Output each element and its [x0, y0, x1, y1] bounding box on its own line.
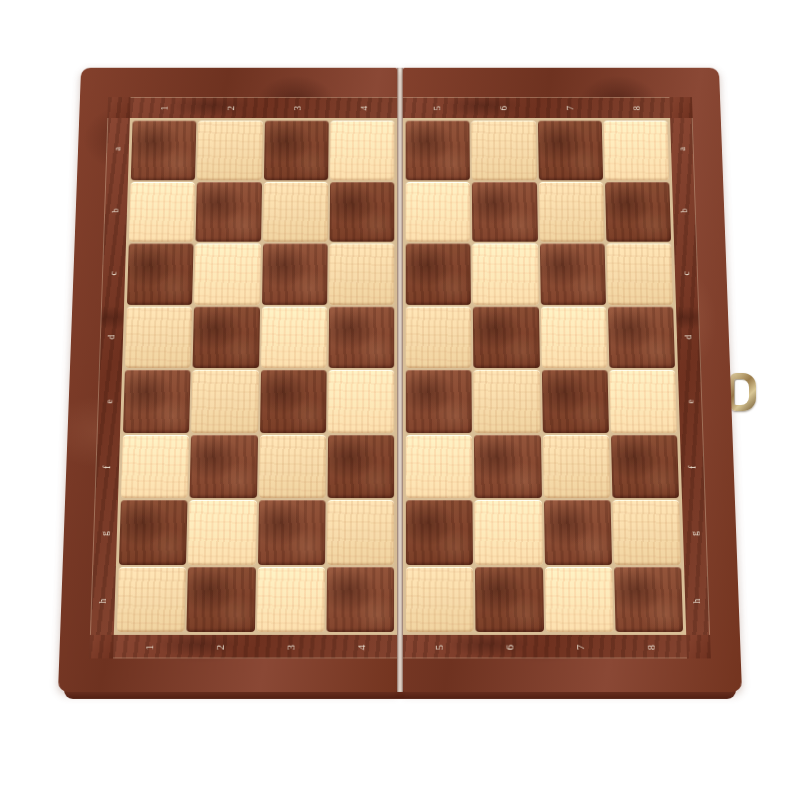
coordinate-label-text: e — [104, 399, 114, 404]
board-right-half: 5678 abcdefgh 5678 — [403, 68, 742, 692]
coordinate-label-text: f — [102, 465, 112, 469]
square-h7[interactable] — [545, 566, 614, 632]
square-d1[interactable] — [125, 306, 192, 368]
square-c6[interactable] — [473, 243, 539, 304]
square-b1[interactable] — [129, 182, 195, 242]
square-a3[interactable] — [264, 121, 329, 180]
square-h1[interactable] — [117, 566, 186, 632]
coordinate-label-text: 6 — [498, 105, 508, 110]
coordinate-label: 4 — [330, 97, 397, 118]
coordinate-label: 5 — [403, 635, 474, 659]
square-h6[interactable] — [475, 566, 543, 632]
square-h8[interactable] — [614, 566, 683, 632]
coordinate-label: d — [676, 305, 701, 369]
board-right-playfield: 5678 abcdefgh 5678 — [403, 97, 711, 658]
square-e6[interactable] — [474, 370, 541, 433]
square-b8[interactable] — [605, 182, 671, 242]
coordinate-label-text: c — [682, 271, 692, 275]
square-h3[interactable] — [256, 566, 324, 632]
band-corner — [107, 97, 130, 118]
coordinate-label-text: 1 — [158, 105, 168, 110]
square-c5[interactable] — [406, 243, 471, 304]
square-d6[interactable] — [473, 306, 539, 368]
square-a6[interactable] — [472, 121, 537, 180]
clasp-ring — [730, 373, 756, 411]
square-b6[interactable] — [472, 182, 537, 242]
square-d4[interactable] — [328, 306, 394, 368]
file-labels-top-left: 1234 — [130, 97, 397, 118]
board-left-half: 1234 abcdefgh 1234 — [58, 68, 397, 692]
coordinate-label: d — [99, 305, 124, 369]
square-f6[interactable] — [474, 434, 541, 498]
coordinate-label-text: c — [109, 271, 119, 275]
coordinate-label: 7 — [545, 635, 616, 659]
coordinate-label: f — [680, 434, 706, 500]
coordinate-label-text: 6 — [504, 644, 515, 650]
coordinate-label: 1 — [113, 635, 185, 659]
coordinate-label: c — [101, 242, 126, 305]
band-corner — [686, 635, 711, 659]
square-a5[interactable] — [406, 121, 471, 180]
square-b4[interactable] — [329, 182, 394, 242]
coordinate-label-text: 7 — [564, 105, 574, 110]
square-h4[interactable] — [326, 566, 394, 632]
coordinate-label: 5 — [403, 97, 470, 118]
coordinate-label-text: g — [690, 531, 700, 536]
coordinate-label: 3 — [255, 635, 326, 659]
square-c2[interactable] — [194, 243, 260, 304]
square-f2[interactable] — [190, 434, 258, 498]
square-g3[interactable] — [257, 500, 325, 565]
coordinate-label-text: 5 — [431, 105, 441, 110]
coordinate-label: 6 — [474, 635, 545, 659]
square-e1[interactable] — [123, 370, 191, 433]
coordinate-label: e — [97, 369, 122, 434]
square-c1[interactable] — [127, 243, 194, 304]
coordinate-label: b — [103, 179, 128, 241]
square-b3[interactable] — [263, 182, 328, 242]
coordinate-label: 8 — [603, 97, 670, 118]
photo-background: 1234 abcdefgh 1234 5678 abcdefgh 5678 — [0, 0, 800, 800]
coordinate-label-text: d — [107, 334, 117, 339]
square-d5[interactable] — [406, 306, 472, 368]
square-h5[interactable] — [406, 566, 474, 632]
coordinate-label: 8 — [615, 635, 687, 659]
square-h2[interactable] — [187, 566, 256, 632]
coordinate-label-text: 2 — [214, 644, 225, 650]
file-labels-bottom-left: 1234 — [113, 635, 397, 659]
square-g6[interactable] — [475, 500, 543, 565]
coordinate-label: a — [670, 118, 695, 179]
coordinate-label: h — [90, 567, 116, 635]
square-e3[interactable] — [260, 370, 327, 433]
chess-board: 1234 abcdefgh 1234 5678 abcdefgh 5678 — [58, 68, 742, 692]
coordinate-label-text: d — [684, 334, 694, 339]
coordinate-label-text: 4 — [359, 105, 369, 110]
square-g8[interactable] — [612, 500, 681, 565]
square-f4[interactable] — [327, 434, 394, 498]
square-d7[interactable] — [540, 306, 607, 368]
coordinate-label-text: h — [692, 598, 702, 603]
square-d3[interactable] — [261, 306, 327, 368]
coordinate-label-text: 8 — [631, 105, 641, 110]
square-g5[interactable] — [406, 500, 473, 565]
coordinate-label-text: b — [680, 208, 690, 213]
square-b5[interactable] — [406, 182, 471, 242]
square-d8[interactable] — [608, 306, 675, 368]
coordinate-label: 2 — [184, 635, 255, 659]
square-a1[interactable] — [131, 121, 197, 180]
coordinate-label-text: 1 — [143, 644, 154, 650]
square-c4[interactable] — [329, 243, 394, 304]
square-b7[interactable] — [538, 182, 604, 242]
coordinate-label-text: a — [678, 146, 688, 150]
square-e7[interactable] — [541, 370, 608, 433]
square-e2[interactable] — [191, 370, 258, 433]
coordinate-label-text: a — [113, 146, 123, 150]
coordinate-label: 3 — [264, 97, 331, 118]
coordinate-label: f — [94, 434, 120, 500]
square-a7[interactable] — [537, 121, 602, 180]
square-c7[interactable] — [539, 243, 605, 304]
coordinate-label: e — [678, 369, 703, 434]
square-e8[interactable] — [609, 370, 677, 433]
coordinate-label-text: e — [686, 399, 696, 404]
square-e5[interactable] — [406, 370, 472, 433]
square-f3[interactable] — [259, 434, 326, 498]
square-g1[interactable] — [119, 500, 188, 565]
square-g2[interactable] — [188, 500, 256, 565]
square-g7[interactable] — [543, 500, 611, 565]
square-e4[interactable] — [328, 370, 394, 433]
coordinate-label-text: h — [98, 598, 108, 603]
square-f5[interactable] — [406, 434, 473, 498]
square-b2[interactable] — [196, 182, 262, 242]
coordinate-label-text: 3 — [292, 105, 302, 110]
square-c8[interactable] — [606, 243, 673, 304]
square-a2[interactable] — [197, 121, 262, 180]
coordinate-label-text: 8 — [646, 644, 657, 650]
coordinate-label: 2 — [197, 97, 264, 118]
coordinate-label-text: f — [688, 465, 698, 469]
coordinate-label-text: 4 — [356, 644, 367, 650]
square-f1[interactable] — [121, 434, 189, 498]
file-labels-bottom-right: 5678 — [403, 635, 687, 659]
coordinate-label: a — [105, 118, 130, 179]
coordinate-label-text: g — [100, 531, 110, 536]
square-a4[interactable] — [330, 121, 395, 180]
square-c3[interactable] — [262, 243, 328, 304]
square-f8[interactable] — [611, 434, 679, 498]
square-f7[interactable] — [542, 434, 610, 498]
coordinate-label-text: 7 — [575, 644, 586, 650]
coordinate-label: b — [672, 179, 697, 241]
coordinate-label: h — [684, 567, 710, 635]
coordinate-label: g — [682, 500, 708, 567]
band-corner — [669, 97, 692, 118]
coordinate-label-text: 2 — [225, 105, 235, 110]
coordinate-label: 4 — [326, 635, 397, 659]
coordinate-label-text: 3 — [285, 644, 296, 650]
coordinate-label-text: b — [111, 208, 121, 213]
file-labels-top-right: 5678 — [403, 97, 670, 118]
coordinate-label: 1 — [130, 97, 197, 118]
coordinate-label: g — [92, 500, 118, 567]
board-left-playfield: 1234 abcdefgh 1234 — [89, 97, 397, 658]
coordinate-label: 7 — [536, 97, 603, 118]
squares-left — [114, 118, 397, 635]
coordinate-label: c — [674, 242, 699, 305]
square-a8[interactable] — [603, 121, 669, 180]
coordinate-label-text: 5 — [433, 644, 444, 650]
squares-right — [403, 118, 686, 635]
coordinate-label: 6 — [469, 97, 536, 118]
square-d2[interactable] — [193, 306, 260, 368]
square-g4[interactable] — [327, 500, 394, 565]
band-corner — [89, 635, 114, 659]
